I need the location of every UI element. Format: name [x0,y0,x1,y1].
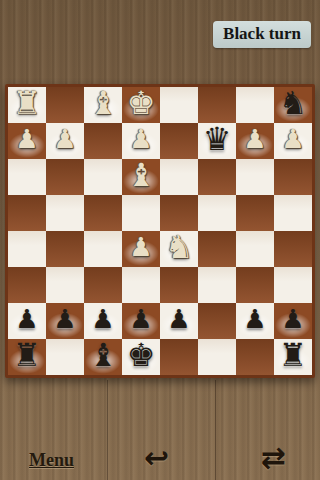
square-d4[interactable] [160,195,198,231]
square-h8[interactable]: ♜ [8,339,46,375]
piece-white-pawn: ♟ [129,126,152,152]
square-h3[interactable] [8,159,46,195]
square-d5[interactable]: ♞ [160,231,198,267]
square-c2[interactable]: ♛ [198,123,236,159]
square-c4[interactable] [198,195,236,231]
square-d3[interactable] [160,159,198,195]
square-e8[interactable]: ♚ [122,339,160,375]
square-h7[interactable]: ♟ [8,303,46,339]
square-a4[interactable] [274,195,312,231]
square-d2[interactable] [160,123,198,159]
square-h4[interactable] [8,195,46,231]
piece-black-king: ♚ [127,339,156,371]
square-g1[interactable] [46,87,84,123]
square-f7[interactable]: ♟ [84,303,122,339]
square-a2[interactable]: ♟ [274,123,312,159]
piece-black-pawn: ♟ [243,306,266,332]
square-d1[interactable] [160,87,198,123]
square-a1[interactable]: ♞ [274,87,312,123]
square-e1[interactable]: ♚ [122,87,160,123]
piece-white-pawn: ♟ [129,234,152,260]
piece-white-pawn: ♟ [243,126,266,152]
square-h1[interactable]: ♜ [8,87,46,123]
piece-black-queen: ♛ [203,123,232,155]
square-a3[interactable] [274,159,312,195]
undo-icon[interactable]: ↩ [144,443,169,473]
chess-app-screen: { "game": "chess", "position": "r3kb1r/p… [0,0,320,480]
square-e4[interactable] [122,195,160,231]
square-b6[interactable] [236,267,274,303]
square-e6[interactable] [122,267,160,303]
square-g2[interactable]: ♟ [46,123,84,159]
square-e7[interactable]: ♟ [122,303,160,339]
square-c5[interactable] [198,231,236,267]
piece-white-bishop: ♝ [127,159,156,191]
square-g8[interactable] [46,339,84,375]
piece-black-pawn: ♟ [129,306,152,332]
square-e2[interactable]: ♟ [122,123,160,159]
square-c6[interactable] [198,267,236,303]
square-b7[interactable]: ♟ [236,303,274,339]
square-f5[interactable] [84,231,122,267]
square-d6[interactable] [160,267,198,303]
square-f3[interactable] [84,159,122,195]
square-g5[interactable] [46,231,84,267]
piece-white-knight: ♞ [165,231,194,263]
square-f2[interactable] [84,123,122,159]
piece-white-king: ♚ [127,87,156,119]
piece-white-bishop: ♝ [89,87,118,119]
menu-button[interactable]: Menu [29,450,74,471]
piece-white-pawn: ♟ [15,126,38,152]
square-e3[interactable]: ♝ [122,159,160,195]
square-a7[interactable]: ♟ [274,303,312,339]
wood-grain-line [107,380,108,480]
board-frame: ♜♝♚♞♟♟♟♛♟♟♝♟♞♟♟♟♟♟♟♟♜♝♚♜ [5,84,315,378]
piece-white-pawn: ♟ [281,126,304,152]
square-f4[interactable] [84,195,122,231]
square-g7[interactable]: ♟ [46,303,84,339]
square-h5[interactable] [8,231,46,267]
square-b4[interactable] [236,195,274,231]
turn-indicator-badge: Black turn [213,21,311,48]
square-g6[interactable] [46,267,84,303]
square-d7[interactable]: ♟ [160,303,198,339]
piece-black-bishop: ♝ [89,339,118,371]
piece-white-rook: ♜ [13,87,42,119]
piece-black-rook: ♜ [13,339,42,371]
square-h6[interactable] [8,267,46,303]
square-c7[interactable] [198,303,236,339]
piece-black-pawn: ♟ [15,306,38,332]
square-g3[interactable] [46,159,84,195]
square-c1[interactable] [198,87,236,123]
piece-black-pawn: ♟ [281,306,304,332]
piece-black-knight: ♞ [279,87,308,119]
square-a6[interactable] [274,267,312,303]
square-c8[interactable] [198,339,236,375]
square-g4[interactable] [46,195,84,231]
square-f1[interactable]: ♝ [84,87,122,123]
square-d8[interactable] [160,339,198,375]
square-c3[interactable] [198,159,236,195]
square-b5[interactable] [236,231,274,267]
piece-white-pawn: ♟ [53,126,76,152]
square-b8[interactable] [236,339,274,375]
piece-black-pawn: ♟ [91,306,114,332]
wood-grain-line [215,380,216,480]
piece-black-pawn: ♟ [53,306,76,332]
square-b2[interactable]: ♟ [236,123,274,159]
chess-board[interactable]: ♜♝♚♞♟♟♟♛♟♟♝♟♞♟♟♟♟♟♟♟♜♝♚♜ [8,87,312,375]
square-a8[interactable]: ♜ [274,339,312,375]
square-e5[interactable]: ♟ [122,231,160,267]
square-f8[interactable]: ♝ [84,339,122,375]
piece-black-pawn: ♟ [167,306,190,332]
piece-black-rook: ♜ [279,339,308,371]
flip-redo-icon[interactable]: ⇄ [261,443,286,473]
square-b3[interactable] [236,159,274,195]
square-f6[interactable] [84,267,122,303]
square-h2[interactable]: ♟ [8,123,46,159]
square-a5[interactable] [274,231,312,267]
square-b1[interactable] [236,87,274,123]
